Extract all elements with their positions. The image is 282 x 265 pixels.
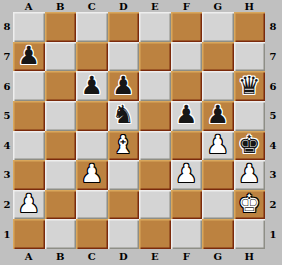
square-f6[interactable] [171, 71, 203, 101]
square-c1[interactable] [76, 219, 108, 249]
rank-label-left-2: 2 [1, 190, 13, 220]
rank-label-right-8: 8 [267, 12, 279, 42]
square-g3[interactable] [202, 160, 234, 190]
square-a7[interactable]: ♟ [13, 42, 45, 72]
square-a8[interactable] [13, 12, 45, 42]
square-d8[interactable] [108, 12, 140, 42]
square-c3[interactable]: ♟ [76, 160, 108, 190]
rank-label-right-2: 2 [267, 190, 279, 220]
rank-label-left-8: 8 [1, 12, 13, 42]
square-a4[interactable] [13, 131, 45, 161]
black-pawn[interactable]: ♟ [112, 73, 134, 98]
square-h3[interactable]: ♟ [234, 160, 266, 190]
square-f2[interactable] [171, 190, 203, 220]
chess-board: ♟♟♟♛♞♟♟♝♟♚♟♟♟♟♚ [13, 12, 265, 249]
chess-app-window: ABCDEFGH 87654321 ♟♟♟♛♞♟♟♝♟♚♟♟♟♟♚ 876543… [0, 0, 282, 265]
file-label-top-G: G [202, 0, 234, 12]
square-a3[interactable] [13, 160, 45, 190]
rank-label-left-5: 5 [1, 101, 13, 131]
rank-label-left-7: 7 [1, 42, 13, 72]
black-queen[interactable]: ♛ [238, 73, 260, 98]
square-f4[interactable] [171, 131, 203, 161]
black-pawn[interactable]: ♟ [81, 73, 103, 98]
square-a2[interactable]: ♟ [13, 190, 45, 220]
square-c4[interactable] [76, 131, 108, 161]
file-label-bottom-H: H [234, 250, 266, 262]
black-pawn[interactable]: ♟ [207, 102, 229, 127]
file-label-bottom-B: B [45, 250, 77, 262]
file-label-top-B: B [45, 0, 77, 12]
white-pawn[interactable]: ♟ [81, 161, 103, 186]
rank-label-right-5: 5 [267, 101, 279, 131]
square-c6[interactable]: ♟ [76, 71, 108, 101]
black-pawn[interactable]: ♟ [18, 43, 40, 68]
file-labels-bottom: ABCDEFGH [13, 250, 265, 262]
square-d7[interactable] [108, 42, 140, 72]
square-b8[interactable] [45, 12, 77, 42]
square-h2[interactable]: ♚ [234, 190, 266, 220]
square-b5[interactable] [45, 101, 77, 131]
square-b2[interactable] [45, 190, 77, 220]
file-label-top-A: A [13, 0, 45, 12]
square-g2[interactable] [202, 190, 234, 220]
square-f7[interactable] [171, 42, 203, 72]
square-f3[interactable]: ♟ [171, 160, 203, 190]
square-g4[interactable]: ♟ [202, 131, 234, 161]
file-label-bottom-C: C [76, 250, 108, 262]
file-label-bottom-G: G [202, 250, 234, 262]
square-e6[interactable] [139, 71, 171, 101]
rank-label-left-1: 1 [1, 219, 13, 249]
white-pawn[interactable]: ♟ [207, 132, 229, 157]
square-g8[interactable] [202, 12, 234, 42]
square-d3[interactable] [108, 160, 140, 190]
square-b7[interactable] [45, 42, 77, 72]
rank-label-right-1: 1 [267, 219, 279, 249]
file-label-top-C: C [76, 0, 108, 12]
square-g1[interactable] [202, 219, 234, 249]
square-a1[interactable] [13, 219, 45, 249]
rank-label-right-4: 4 [267, 131, 279, 161]
white-bishop[interactable]: ♝ [112, 132, 134, 157]
square-c2[interactable] [76, 190, 108, 220]
square-b1[interactable] [45, 219, 77, 249]
rank-labels-right: 87654321 [267, 12, 279, 249]
square-c8[interactable] [76, 12, 108, 42]
square-h7[interactable] [234, 42, 266, 72]
square-h1[interactable] [234, 219, 266, 249]
square-c5[interactable] [76, 101, 108, 131]
square-h6[interactable]: ♛ [234, 71, 266, 101]
file-labels-top: ABCDEFGH [13, 0, 265, 12]
square-h5[interactable] [234, 101, 266, 131]
square-b6[interactable] [45, 71, 77, 101]
square-d5[interactable]: ♞ [108, 101, 140, 131]
square-e8[interactable] [139, 12, 171, 42]
square-a5[interactable] [13, 101, 45, 131]
square-e2[interactable] [139, 190, 171, 220]
rank-label-left-3: 3 [1, 160, 13, 190]
rank-label-right-3: 3 [267, 160, 279, 190]
file-label-bottom-E: E [139, 250, 171, 262]
rank-label-left-6: 6 [1, 71, 13, 101]
square-c7[interactable] [76, 42, 108, 72]
file-label-top-H: H [234, 0, 266, 12]
rank-label-left-4: 4 [1, 131, 13, 161]
square-e7[interactable] [139, 42, 171, 72]
white-pawn[interactable]: ♟ [238, 161, 260, 186]
rank-labels-left: 87654321 [1, 12, 13, 249]
file-label-top-D: D [108, 0, 140, 12]
square-f1[interactable] [171, 219, 203, 249]
square-d2[interactable] [108, 190, 140, 220]
white-pawn[interactable]: ♟ [175, 161, 197, 186]
square-h8[interactable] [234, 12, 266, 42]
square-d4[interactable]: ♝ [108, 131, 140, 161]
file-label-top-E: E [139, 0, 171, 12]
square-e5[interactable] [139, 101, 171, 131]
file-label-bottom-F: F [171, 250, 203, 262]
square-e3[interactable] [139, 160, 171, 190]
square-g5[interactable]: ♟ [202, 101, 234, 131]
square-f5[interactable]: ♟ [171, 101, 203, 131]
white-pawn[interactable]: ♟ [18, 191, 40, 216]
black-pawn[interactable]: ♟ [175, 102, 197, 127]
square-g6[interactable] [202, 71, 234, 101]
square-a6[interactable] [13, 71, 45, 101]
square-d1[interactable] [108, 219, 140, 249]
square-g7[interactable] [202, 42, 234, 72]
file-label-bottom-A: A [13, 250, 45, 262]
square-b4[interactable] [45, 131, 77, 161]
file-label-top-F: F [171, 0, 203, 12]
black-king[interactable]: ♚ [238, 132, 260, 157]
file-label-bottom-D: D [108, 250, 140, 262]
square-d6[interactable]: ♟ [108, 71, 140, 101]
rank-label-right-7: 7 [267, 42, 279, 72]
black-knight[interactable]: ♞ [112, 102, 134, 127]
rank-label-right-6: 6 [267, 71, 279, 101]
white-king[interactable]: ♚ [238, 191, 260, 216]
square-f8[interactable] [171, 12, 203, 42]
square-b3[interactable] [45, 160, 77, 190]
square-e4[interactable] [139, 131, 171, 161]
square-e1[interactable] [139, 219, 171, 249]
square-h4[interactable]: ♚ [234, 131, 266, 161]
